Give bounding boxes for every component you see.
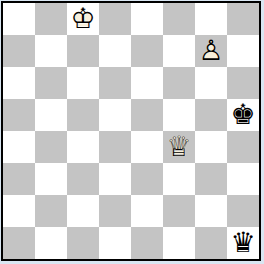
square-e5[interactable]: [131, 99, 163, 131]
square-c5[interactable]: [67, 99, 99, 131]
piece-fill-layer: ♛: [227, 227, 259, 259]
square-c1[interactable]: [67, 227, 99, 259]
square-g4[interactable]: [195, 131, 227, 163]
square-d8[interactable]: [99, 3, 131, 35]
square-g5[interactable]: [195, 99, 227, 131]
square-d6[interactable]: [99, 67, 131, 99]
square-h6[interactable]: [227, 67, 259, 99]
square-d3[interactable]: [99, 163, 131, 195]
square-a7[interactable]: [3, 35, 35, 67]
square-a4[interactable]: [3, 131, 35, 163]
square-c4[interactable]: [67, 131, 99, 163]
square-g3[interactable]: [195, 163, 227, 195]
piece-outline-layer: ♙: [195, 35, 227, 67]
square-h3[interactable]: [227, 163, 259, 195]
square-f8[interactable]: [163, 3, 195, 35]
square-f7[interactable]: [163, 35, 195, 67]
square-h4[interactable]: [227, 131, 259, 163]
square-f2[interactable]: [163, 195, 195, 227]
square-f5[interactable]: [163, 99, 195, 131]
square-g6[interactable]: [195, 67, 227, 99]
square-g1[interactable]: [195, 227, 227, 259]
square-b3[interactable]: [35, 163, 67, 195]
square-e7[interactable]: [131, 35, 163, 67]
square-b6[interactable]: [35, 67, 67, 99]
square-h5[interactable]: ♚: [227, 99, 259, 131]
square-a1[interactable]: [3, 227, 35, 259]
square-b7[interactable]: [35, 35, 67, 67]
white-queen-piece[interactable]: ♛♕: [163, 131, 195, 163]
square-e2[interactable]: [131, 195, 163, 227]
chess-diagram: ♚♔♟♙♚♛♕♛: [0, 0, 264, 264]
white-pawn-piece[interactable]: ♟♙: [195, 35, 227, 67]
square-c3[interactable]: [67, 163, 99, 195]
square-g2[interactable]: [195, 195, 227, 227]
square-a5[interactable]: [3, 99, 35, 131]
square-a2[interactable]: [3, 195, 35, 227]
square-b2[interactable]: [35, 195, 67, 227]
square-g7[interactable]: ♟♙: [195, 35, 227, 67]
square-a6[interactable]: [3, 67, 35, 99]
square-c8[interactable]: ♚♔: [67, 3, 99, 35]
square-e1[interactable]: [131, 227, 163, 259]
piece-outline-layer: ♕: [163, 131, 195, 163]
square-b5[interactable]: [35, 99, 67, 131]
square-e6[interactable]: [131, 67, 163, 99]
square-h8[interactable]: [227, 3, 259, 35]
piece-fill-layer: ♚: [227, 99, 259, 131]
white-king-piece[interactable]: ♚♔: [67, 3, 99, 35]
square-e8[interactable]: [131, 3, 163, 35]
black-queen-piece[interactable]: ♛: [227, 227, 259, 259]
square-g8[interactable]: [195, 3, 227, 35]
square-b4[interactable]: [35, 131, 67, 163]
square-h7[interactable]: [227, 35, 259, 67]
square-f4[interactable]: ♛♕: [163, 131, 195, 163]
square-b8[interactable]: [35, 3, 67, 35]
square-e3[interactable]: [131, 163, 163, 195]
board-frame: ♚♔♟♙♚♛♕♛: [1, 1, 261, 261]
square-e4[interactable]: [131, 131, 163, 163]
square-c6[interactable]: [67, 67, 99, 99]
piece-outline-layer: ♔: [67, 3, 99, 35]
square-f3[interactable]: [163, 163, 195, 195]
black-king-piece[interactable]: ♚: [227, 99, 259, 131]
square-f1[interactable]: [163, 227, 195, 259]
square-c2[interactable]: [67, 195, 99, 227]
square-d5[interactable]: [99, 99, 131, 131]
square-b1[interactable]: [35, 227, 67, 259]
square-d7[interactable]: [99, 35, 131, 67]
square-d1[interactable]: [99, 227, 131, 259]
square-c7[interactable]: [67, 35, 99, 67]
square-d4[interactable]: [99, 131, 131, 163]
square-a3[interactable]: [3, 163, 35, 195]
square-d2[interactable]: [99, 195, 131, 227]
square-f6[interactable]: [163, 67, 195, 99]
chess-board: ♚♔♟♙♚♛♕♛: [3, 3, 259, 259]
square-h2[interactable]: [227, 195, 259, 227]
square-a8[interactable]: [3, 3, 35, 35]
square-h1[interactable]: ♛: [227, 227, 259, 259]
